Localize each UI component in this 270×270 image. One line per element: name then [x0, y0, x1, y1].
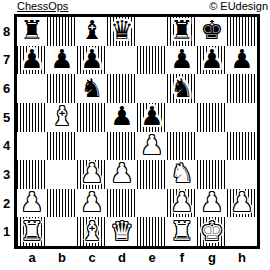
square-d2 [107, 189, 137, 218]
square-f8: ♜ [167, 17, 197, 46]
square-b2 [47, 189, 77, 218]
square-f2: ♟ [167, 189, 197, 218]
square-a8: ♜ [17, 17, 47, 46]
rank-label-1: 1 [0, 217, 13, 246]
square-h7: ♟ [227, 46, 257, 75]
piece-black-knight: ♞ [80, 75, 103, 101]
square-h8 [227, 17, 257, 46]
square-h3 [227, 160, 257, 189]
piece-black-king: ♚ [200, 17, 223, 43]
app-title: ChessOps [17, 0, 68, 13]
piece-white-bishop: ♝ [50, 103, 73, 129]
square-c1: ♝ [77, 217, 107, 246]
square-b4 [47, 132, 77, 161]
piece-black-pawn: ♟ [230, 46, 253, 72]
square-h2: ♟ [227, 189, 257, 218]
piece-black-pawn: ♟ [80, 46, 103, 72]
piece-white-pawn: ♟ [80, 189, 103, 215]
square-d8: ♛ [107, 17, 137, 46]
square-g4 [197, 132, 227, 161]
square-e7 [137, 46, 167, 75]
piece-white-bishop: ♝ [80, 218, 103, 244]
square-e3 [137, 160, 167, 189]
piece-white-pawn: ♟ [170, 189, 193, 215]
square-g5 [197, 103, 227, 132]
square-f7: ♟ [167, 46, 197, 75]
square-d7 [107, 46, 137, 75]
square-h1 [227, 217, 257, 246]
piece-black-pawn: ♟ [110, 103, 133, 129]
square-e4: ♟ [137, 132, 167, 161]
square-b7: ♟ [47, 46, 77, 75]
square-e2 [137, 189, 167, 218]
piece-black-pawn: ♟ [140, 103, 163, 129]
square-d1: ♛ [107, 217, 137, 246]
piece-white-pawn: ♟ [110, 160, 133, 186]
file-label-h: h [227, 250, 257, 267]
piece-black-rook: ♜ [170, 17, 193, 43]
rank-label-3: 3 [0, 160, 13, 189]
square-f5 [167, 103, 197, 132]
square-a6 [17, 74, 47, 103]
rank-label-6: 6 [0, 74, 13, 103]
piece-white-knight: ♞ [170, 160, 193, 186]
square-h4 [227, 132, 257, 161]
board-grid: ♜♝♛♜♚♟♟♟♟♟♟♞♞♝♟♟♟♟♟♞♟♟♟♟♟♜♝♛♜♚ [17, 17, 257, 246]
chess-board: ♜♝♛♜♚♟♟♟♟♟♟♞♞♝♟♟♟♟♟♞♟♟♟♟♟♜♝♛♜♚ [14, 14, 260, 249]
rank-label-8: 8 [0, 17, 13, 46]
square-g3 [197, 160, 227, 189]
square-f6: ♞ [167, 74, 197, 103]
square-c2: ♟ [77, 189, 107, 218]
piece-black-pawn: ♟ [170, 46, 193, 72]
square-b6 [47, 74, 77, 103]
square-e1 [137, 217, 167, 246]
rank-label-7: 7 [0, 46, 13, 75]
square-g8: ♚ [197, 17, 227, 46]
file-label-f: f [167, 250, 197, 267]
square-d5: ♟ [107, 103, 137, 132]
square-b1 [47, 217, 77, 246]
square-a5 [17, 103, 47, 132]
square-f3: ♞ [167, 160, 197, 189]
square-c8: ♝ [77, 17, 107, 46]
piece-white-pawn: ♟ [20, 189, 43, 215]
square-c3: ♟ [77, 160, 107, 189]
rank-labels: 87654321 [0, 17, 13, 246]
square-g6 [197, 74, 227, 103]
file-label-g: g [197, 250, 227, 267]
square-b3 [47, 160, 77, 189]
square-e6 [137, 74, 167, 103]
square-c7: ♟ [77, 46, 107, 75]
square-e5: ♟ [137, 103, 167, 132]
piece-white-pawn: ♟ [140, 132, 163, 158]
square-f4 [167, 132, 197, 161]
piece-black-pawn: ♟ [200, 46, 223, 72]
piece-white-rook: ♜ [170, 218, 193, 244]
piece-black-queen: ♛ [110, 17, 133, 43]
square-c6: ♞ [77, 74, 107, 103]
file-label-b: b [47, 250, 77, 267]
piece-white-king: ♚ [200, 218, 223, 244]
credit-text: © EUdesign [209, 0, 268, 13]
piece-black-pawn: ♟ [50, 46, 73, 72]
file-label-d: d [107, 250, 137, 267]
piece-black-pawn: ♟ [20, 46, 43, 72]
piece-black-rook: ♜ [20, 17, 43, 43]
square-a4 [17, 132, 47, 161]
piece-white-rook: ♜ [20, 218, 43, 244]
file-labels: abcdefgh [17, 250, 257, 267]
file-label-a: a [17, 250, 47, 267]
square-b8 [47, 17, 77, 46]
piece-white-pawn: ♟ [80, 160, 103, 186]
piece-white-pawn: ♟ [230, 189, 253, 215]
square-e8 [137, 17, 167, 46]
square-h5 [227, 103, 257, 132]
square-g7: ♟ [197, 46, 227, 75]
square-a7: ♟ [17, 46, 47, 75]
square-g2: ♟ [197, 189, 227, 218]
piece-white-pawn: ♟ [200, 189, 223, 215]
rank-label-4: 4 [0, 132, 13, 161]
square-a3 [17, 160, 47, 189]
square-d4 [107, 132, 137, 161]
file-label-c: c [77, 250, 107, 267]
square-h6 [227, 74, 257, 103]
square-d6 [107, 74, 137, 103]
square-b5: ♝ [47, 103, 77, 132]
square-g1: ♚ [197, 217, 227, 246]
rank-label-2: 2 [0, 189, 13, 218]
rank-label-5: 5 [0, 103, 13, 132]
piece-black-knight: ♞ [170, 75, 193, 101]
square-f1: ♜ [167, 217, 197, 246]
piece-black-bishop: ♝ [80, 17, 103, 43]
square-c4 [77, 132, 107, 161]
piece-white-queen: ♛ [110, 218, 133, 244]
square-a1: ♜ [17, 217, 47, 246]
square-c5 [77, 103, 107, 132]
square-a2: ♟ [17, 189, 47, 218]
file-label-e: e [137, 250, 167, 267]
square-d3: ♟ [107, 160, 137, 189]
